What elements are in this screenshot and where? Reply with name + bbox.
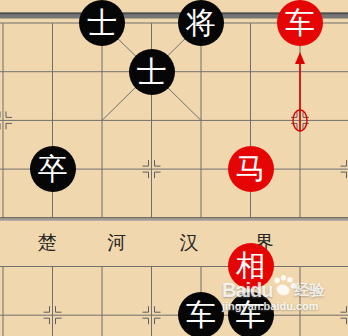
- piece-red-horse[interactable]: 马: [228, 146, 274, 192]
- baidu-watermark: Baidu 经验 jingyan.baidu.com: [222, 278, 325, 312]
- piece-black-general[interactable]: 将: [178, 0, 224, 46]
- baidu-logo-text: Baidu: [222, 279, 273, 302]
- baidu-jingyan-text: 经验: [295, 281, 325, 300]
- piece-black-advisor[interactable]: 士: [129, 49, 175, 95]
- piece-black-chariot[interactable]: 车: [178, 292, 224, 336]
- baidu-paw-icon: [272, 273, 297, 298]
- piece-black-pawn[interactable]: 卒: [30, 146, 76, 192]
- baidu-logo-row: Baidu 经验: [222, 278, 325, 302]
- piece-red-chariot[interactable]: 车: [277, 0, 323, 46]
- baidu-url-text: jingyan.baidu.com: [222, 300, 325, 312]
- piece-black-advisor[interactable]: 士: [79, 0, 125, 46]
- xiangqi-board[interactable]: 楚 河 汉 界 士将车士卒马相车车 Baidu 经验 jingyan.baidu…: [0, 0, 348, 336]
